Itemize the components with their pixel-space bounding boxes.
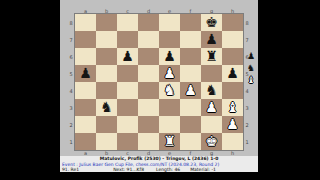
square-d7 [138, 31, 159, 48]
game-length: Length: 46 [156, 167, 180, 172]
square-f2 [180, 116, 201, 133]
rank-label-6: 6 [67, 48, 75, 65]
square-d2 [138, 116, 159, 133]
square-e7 [159, 31, 180, 48]
square-c3 [117, 99, 138, 116]
square-c7 [117, 31, 138, 48]
square-b6 [96, 48, 117, 65]
square-b4 [96, 82, 117, 99]
square-c8 [117, 14, 138, 31]
black-pawn: ♟ [121, 48, 134, 65]
rank-label-7: 7 [67, 31, 75, 48]
square-a5: ♟ [75, 65, 96, 82]
rank-label-3: 3 [67, 99, 75, 116]
white-pawn: ♟ [184, 82, 197, 99]
rank-labels-left: 87654321 [67, 14, 75, 150]
square-g4: ♞ [201, 82, 222, 99]
square-h8 [222, 14, 243, 31]
rank-label-1: 1 [243, 133, 251, 150]
move-info-line: 91. Re1 Next: 91...Kf8 Length: 46 Materi… [60, 167, 258, 172]
square-h3: ♝ [222, 99, 243, 116]
square-g8: ♚ [201, 14, 222, 31]
move-played: 91. Re1 [62, 167, 79, 172]
square-d3 [138, 99, 159, 116]
rank-label-2: 2 [67, 116, 75, 133]
rank-label-2: 2 [243, 116, 251, 133]
white-knight: ♞ [163, 82, 176, 99]
square-f7 [180, 31, 201, 48]
square-h2: ♟ [222, 116, 243, 133]
square-g3: ♟ [201, 99, 222, 116]
bottom-letterbox [60, 172, 258, 180]
square-e5: ♟ [159, 65, 180, 82]
square-e4: ♞ [159, 82, 180, 99]
black-knight: ♞ [205, 82, 218, 99]
rank-label-4: 4 [67, 82, 75, 99]
square-f8 [180, 14, 201, 31]
square-c6: ♟ [117, 48, 138, 65]
square-b3: ♞ [96, 99, 117, 116]
square-c2 [117, 116, 138, 133]
square-h7 [222, 31, 243, 48]
rank-label-8: 8 [243, 14, 251, 31]
square-b8 [96, 14, 117, 31]
board: ♚♟♟♟♜♟♟♟♞♟♞♞♟♝♟♜♚ [75, 14, 243, 150]
square-g6: ♜ [201, 48, 222, 65]
black-knight: ♞ [100, 99, 113, 116]
square-h5: ♟ [222, 65, 243, 82]
black-rook: ♜ [205, 48, 218, 65]
square-h1 [222, 133, 243, 150]
square-c4 [117, 82, 138, 99]
video-frame: abcdefgh 87654321 ♚♟♟♟♜♟♟♟♞♟♞♞♟♝♟♜♚ 8765… [60, 0, 258, 180]
square-c1 [117, 133, 138, 150]
material-balance: Material: -1 [190, 167, 216, 172]
square-f1 [180, 133, 201, 150]
black-knight-icon: ♞ [247, 62, 255, 74]
next-move: Next: 91...Kf8 [113, 167, 144, 172]
square-a4 [75, 82, 96, 99]
square-f6 [180, 48, 201, 65]
white-pawn: ♟ [205, 99, 218, 116]
square-e1: ♜ [159, 133, 180, 150]
square-e2 [159, 116, 180, 133]
square-d8 [138, 14, 159, 31]
square-f5 [180, 65, 201, 82]
black-pawn: ♟ [226, 65, 239, 82]
square-a2 [75, 116, 96, 133]
square-b2 [96, 116, 117, 133]
black-king: ♚ [205, 14, 218, 31]
square-g5 [201, 65, 222, 82]
square-a8 [75, 14, 96, 31]
rank-label-7: 7 [243, 31, 251, 48]
square-d5 [138, 65, 159, 82]
square-g7: ♟ [201, 31, 222, 48]
square-b5 [96, 65, 117, 82]
square-d4 [138, 82, 159, 99]
square-a1 [75, 133, 96, 150]
rank-label-5: 5 [67, 65, 75, 82]
square-d1 [138, 133, 159, 150]
black-pawn: ♟ [79, 65, 92, 82]
white-bishop-icon: ♝ [247, 74, 255, 86]
square-c5 [117, 65, 138, 82]
square-h4 [222, 82, 243, 99]
black-pawn: ♟ [163, 48, 176, 65]
white-pawn: ♟ [163, 65, 176, 82]
white-pawn: ♟ [226, 116, 239, 133]
square-e8 [159, 14, 180, 31]
square-f4: ♟ [180, 82, 201, 99]
square-b1 [96, 133, 117, 150]
square-g2 [201, 116, 222, 133]
rank-label-8: 8 [67, 14, 75, 31]
rank-label-3: 3 [243, 99, 251, 116]
square-h6 [222, 48, 243, 65]
square-e3 [159, 99, 180, 116]
white-bishop: ♝ [226, 99, 239, 116]
square-e6: ♟ [159, 48, 180, 65]
rank-label-1: 1 [67, 133, 75, 150]
square-g1: ♚ [201, 133, 222, 150]
square-a6 [75, 48, 96, 65]
black-pawn-icon: ♟ [247, 50, 255, 62]
captured-pieces-tray: ♟♞♝ [245, 50, 257, 86]
square-a3 [75, 99, 96, 116]
white-rook: ♜ [163, 133, 176, 150]
square-f3 [180, 99, 201, 116]
black-pawn: ♟ [205, 31, 218, 48]
board-frame: abcdefgh 87654321 ♚♟♟♟♜♟♟♟♞♟♞♞♟♝♟♜♚ 8765… [67, 8, 251, 156]
white-king: ♚ [205, 133, 218, 150]
square-a7 [75, 31, 96, 48]
square-b7 [96, 31, 117, 48]
caption-panel: Matulovic, Profik (2530) - Tringov, L (2… [60, 156, 258, 172]
square-d6 [138, 48, 159, 65]
